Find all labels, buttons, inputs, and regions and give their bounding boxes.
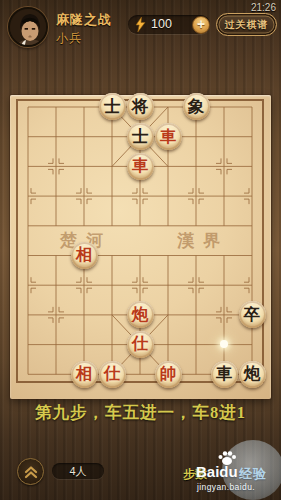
- board-point[interactable]: [70, 300, 98, 330]
- add-energy-button[interactable]: +: [192, 16, 210, 34]
- board-point[interactable]: [98, 270, 126, 300]
- board-point[interactable]: 車: [154, 122, 182, 152]
- board-point[interactable]: [182, 211, 210, 241]
- last-move-marker: [220, 340, 228, 348]
- board-point[interactable]: [126, 359, 154, 389]
- board-point[interactable]: [98, 151, 126, 181]
- board-point[interactable]: [14, 270, 42, 300]
- piece-black-advisor[interactable]: 士: [99, 93, 126, 120]
- board-point[interactable]: [98, 240, 126, 270]
- energy-pill[interactable]: 100 +: [128, 15, 210, 34]
- piece-red-advisor[interactable]: 仕: [99, 361, 126, 388]
- board-point[interactable]: [210, 270, 238, 300]
- board-point[interactable]: [238, 151, 266, 181]
- piece-red-cannon[interactable]: 炮: [127, 301, 154, 328]
- board-point[interactable]: 車: [210, 359, 238, 389]
- chevron-double-up-icon: [23, 465, 39, 479]
- board-point[interactable]: [210, 300, 238, 330]
- board-point[interactable]: [210, 181, 238, 211]
- board-point[interactable]: [182, 270, 210, 300]
- board-point[interactable]: [14, 330, 42, 360]
- board-point[interactable]: [70, 181, 98, 211]
- board-point[interactable]: [42, 122, 70, 152]
- board-point[interactable]: [126, 181, 154, 211]
- board-point[interactable]: [238, 122, 266, 152]
- board-point[interactable]: [154, 181, 182, 211]
- watermark-url: jingyan.baidu.: [197, 482, 255, 492]
- piece-red-elephant[interactable]: 相: [71, 242, 98, 269]
- board-point[interactable]: [126, 211, 154, 241]
- stage-manual-button[interactable]: 过关棋谱: [216, 13, 277, 36]
- board-point[interactable]: [42, 270, 70, 300]
- board-point[interactable]: [70, 151, 98, 181]
- watermark-brand: Baidu: [196, 463, 238, 480]
- piece-red-elephant[interactable]: 相: [71, 361, 98, 388]
- board-point[interactable]: 炮: [126, 300, 154, 330]
- xiangqi-board: 楚河 漢界 士将象士車車相炮卒仕相仕帥車炮: [10, 95, 271, 399]
- board-point[interactable]: [238, 181, 266, 211]
- board-point[interactable]: [98, 330, 126, 360]
- board-point[interactable]: [238, 92, 266, 122]
- board-point[interactable]: 卒: [238, 300, 266, 330]
- watermark-brand-suffix: 经验: [239, 465, 267, 483]
- players-count-badge: 4人: [52, 463, 104, 479]
- board-point[interactable]: [182, 151, 210, 181]
- board-point[interactable]: [70, 122, 98, 152]
- board-point[interactable]: [238, 330, 266, 360]
- warrior-portrait-icon: [10, 9, 48, 47]
- board-point[interactable]: [210, 151, 238, 181]
- avatar[interactable]: [8, 7, 48, 47]
- board-point[interactable]: [126, 270, 154, 300]
- board-point[interactable]: [42, 151, 70, 181]
- board-point[interactable]: [182, 240, 210, 270]
- board-grid: 士将象士車車相炮卒仕相仕帥車炮: [14, 92, 266, 389]
- board-point[interactable]: 仕: [126, 330, 154, 360]
- board-point[interactable]: [154, 240, 182, 270]
- board-point[interactable]: [42, 240, 70, 270]
- board-point[interactable]: [14, 300, 42, 330]
- board-point[interactable]: [70, 270, 98, 300]
- board-point[interactable]: [14, 181, 42, 211]
- board-point[interactable]: [154, 300, 182, 330]
- piece-black-rook[interactable]: 車: [211, 361, 238, 388]
- board-point[interactable]: [154, 270, 182, 300]
- board-point[interactable]: [14, 92, 42, 122]
- board-point[interactable]: [154, 330, 182, 360]
- energy-value: 100: [151, 17, 172, 31]
- board-point[interactable]: [98, 181, 126, 211]
- board-point[interactable]: 仕: [98, 359, 126, 389]
- board-point[interactable]: [98, 211, 126, 241]
- board-point[interactable]: [14, 240, 42, 270]
- piece-black-pawn[interactable]: 卒: [239, 301, 266, 328]
- board-point[interactable]: [210, 330, 238, 360]
- piece-red-advisor[interactable]: 仕: [127, 331, 154, 358]
- board-point[interactable]: [14, 122, 42, 152]
- rank-label: 小兵: [56, 30, 82, 47]
- board-point[interactable]: [14, 151, 42, 181]
- board-point[interactable]: [42, 330, 70, 360]
- piece-red-king[interactable]: 帥: [155, 361, 182, 388]
- board-point[interactable]: 将: [126, 92, 154, 122]
- board-point[interactable]: [42, 300, 70, 330]
- board-point[interactable]: [42, 211, 70, 241]
- board-point[interactable]: [154, 211, 182, 241]
- board-point[interactable]: [210, 211, 238, 241]
- board-point[interactable]: 相: [70, 240, 98, 270]
- board-point[interactable]: [154, 151, 182, 181]
- board-point[interactable]: [98, 122, 126, 152]
- board-point[interactable]: 士: [98, 92, 126, 122]
- board-point[interactable]: [126, 240, 154, 270]
- board-point[interactable]: [42, 92, 70, 122]
- piece-red-rook[interactable]: 車: [155, 123, 182, 150]
- board-point[interactable]: [210, 122, 238, 152]
- board-point[interactable]: 炮: [238, 359, 266, 389]
- board-point[interactable]: [98, 300, 126, 330]
- collapse-button[interactable]: [17, 458, 44, 485]
- board-point[interactable]: [42, 181, 70, 211]
- board-point[interactable]: [238, 240, 266, 270]
- board-point[interactable]: 象: [182, 92, 210, 122]
- board-point[interactable]: [182, 181, 210, 211]
- piece-red-rook[interactable]: 車: [127, 153, 154, 180]
- piece-black-king[interactable]: 将: [127, 93, 154, 120]
- move-caption: 第九步，车五进一，车8进1: [0, 401, 281, 425]
- board-point[interactable]: [182, 330, 210, 360]
- board-point[interactable]: 相: [70, 359, 98, 389]
- clock-time: 21:26: [251, 2, 276, 13]
- board-point[interactable]: [70, 330, 98, 360]
- board-point[interactable]: [70, 211, 98, 241]
- piece-black-advisor[interactable]: 士: [127, 123, 154, 150]
- board-point[interactable]: [238, 270, 266, 300]
- board-point[interactable]: [70, 92, 98, 122]
- board-point[interactable]: 車: [126, 151, 154, 181]
- piece-black-cannon[interactable]: 炮: [239, 361, 266, 388]
- board-point[interactable]: 士: [126, 122, 154, 152]
- battle-title: 麻隧之战: [56, 11, 112, 29]
- board-point[interactable]: 帥: [154, 359, 182, 389]
- piece-black-elephant[interactable]: 象: [183, 93, 210, 120]
- board-point[interactable]: [182, 359, 210, 389]
- board-point[interactable]: [210, 92, 238, 122]
- app-screen: 21:26 麻隧之战 小兵 100 + 过关棋谱 楚河 漢界 士将象士車車相炮卒…: [0, 0, 281, 500]
- lightning-icon: [135, 17, 146, 36]
- board-point[interactable]: [42, 359, 70, 389]
- board-point[interactable]: [238, 211, 266, 241]
- board-point[interactable]: [14, 211, 42, 241]
- board-point[interactable]: [210, 240, 238, 270]
- board-point[interactable]: [182, 122, 210, 152]
- board-point[interactable]: [182, 300, 210, 330]
- board-point[interactable]: [14, 359, 42, 389]
- board-point[interactable]: [154, 92, 182, 122]
